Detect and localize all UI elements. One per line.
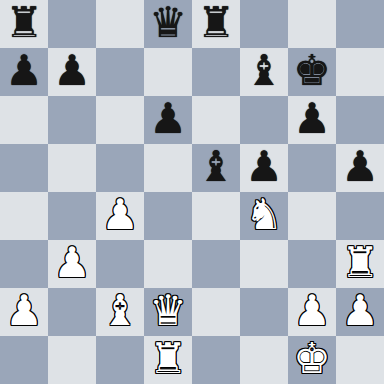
square-e1[interactable] [192, 336, 240, 384]
square-c1[interactable] [96, 336, 144, 384]
square-g7[interactable]: ♚ [288, 48, 336, 96]
square-d5[interactable] [144, 144, 192, 192]
piece-white-rook[interactable]: ♜ [341, 239, 379, 287]
square-b5[interactable] [48, 144, 96, 192]
piece-white-king[interactable]: ♚ [293, 335, 331, 383]
square-f3[interactable] [240, 240, 288, 288]
square-b6[interactable] [48, 96, 96, 144]
piece-white-pawn[interactable]: ♟ [293, 287, 331, 335]
square-e4[interactable] [192, 192, 240, 240]
square-a2[interactable]: ♟ [0, 288, 48, 336]
piece-white-bishop[interactable]: ♝ [101, 287, 139, 335]
square-d1[interactable]: ♜ [144, 336, 192, 384]
square-c7[interactable] [96, 48, 144, 96]
square-d2[interactable]: ♛ [144, 288, 192, 336]
piece-black-bishop[interactable]: ♝ [197, 143, 235, 191]
square-d8[interactable]: ♛ [144, 0, 192, 48]
square-d6[interactable]: ♟ [144, 96, 192, 144]
piece-white-pawn[interactable]: ♟ [5, 287, 43, 335]
piece-black-pawn[interactable]: ♟ [245, 143, 283, 191]
square-d4[interactable] [144, 192, 192, 240]
square-b3[interactable]: ♟ [48, 240, 96, 288]
square-a1[interactable] [0, 336, 48, 384]
square-g5[interactable] [288, 144, 336, 192]
square-a8[interactable]: ♜ [0, 0, 48, 48]
square-f4[interactable]: ♞ [240, 192, 288, 240]
piece-black-pawn[interactable]: ♟ [293, 95, 331, 143]
piece-white-pawn[interactable]: ♟ [101, 191, 139, 239]
square-e3[interactable] [192, 240, 240, 288]
piece-black-pawn[interactable]: ♟ [5, 47, 43, 95]
square-f6[interactable] [240, 96, 288, 144]
square-a6[interactable] [0, 96, 48, 144]
piece-white-queen[interactable]: ♛ [149, 287, 187, 335]
square-b7[interactable]: ♟ [48, 48, 96, 96]
piece-black-bishop[interactable]: ♝ [245, 47, 283, 95]
piece-white-rook[interactable]: ♜ [149, 335, 187, 383]
piece-white-pawn[interactable]: ♟ [341, 287, 379, 335]
piece-black-queen[interactable]: ♛ [149, 0, 187, 47]
square-h1[interactable] [336, 336, 384, 384]
square-f2[interactable] [240, 288, 288, 336]
chess-board: ♜♛♜♟♟♝♚♟♟♝♟♟♟♞♟♜♟♝♛♟♟♜♚ [0, 0, 384, 384]
square-a5[interactable] [0, 144, 48, 192]
piece-black-king[interactable]: ♚ [293, 47, 331, 95]
square-h4[interactable] [336, 192, 384, 240]
square-a4[interactable] [0, 192, 48, 240]
piece-white-pawn[interactable]: ♟ [53, 239, 91, 287]
square-h7[interactable] [336, 48, 384, 96]
square-f5[interactable]: ♟ [240, 144, 288, 192]
square-h3[interactable]: ♜ [336, 240, 384, 288]
square-h5[interactable]: ♟ [336, 144, 384, 192]
square-g4[interactable] [288, 192, 336, 240]
square-d7[interactable] [144, 48, 192, 96]
square-c6[interactable] [96, 96, 144, 144]
square-b2[interactable] [48, 288, 96, 336]
square-c2[interactable]: ♝ [96, 288, 144, 336]
square-e7[interactable] [192, 48, 240, 96]
square-d3[interactable] [144, 240, 192, 288]
square-c3[interactable] [96, 240, 144, 288]
square-b1[interactable] [48, 336, 96, 384]
square-g1[interactable]: ♚ [288, 336, 336, 384]
square-c5[interactable] [96, 144, 144, 192]
square-a7[interactable]: ♟ [0, 48, 48, 96]
square-g2[interactable]: ♟ [288, 288, 336, 336]
square-e2[interactable] [192, 288, 240, 336]
square-c8[interactable] [96, 0, 144, 48]
square-e5[interactable]: ♝ [192, 144, 240, 192]
square-g8[interactable] [288, 0, 336, 48]
piece-black-pawn[interactable]: ♟ [341, 143, 379, 191]
square-f7[interactable]: ♝ [240, 48, 288, 96]
square-h2[interactable]: ♟ [336, 288, 384, 336]
square-c4[interactable]: ♟ [96, 192, 144, 240]
square-h8[interactable] [336, 0, 384, 48]
piece-white-knight[interactable]: ♞ [245, 191, 283, 239]
square-a3[interactable] [0, 240, 48, 288]
square-b4[interactable] [48, 192, 96, 240]
square-h6[interactable] [336, 96, 384, 144]
square-f1[interactable] [240, 336, 288, 384]
piece-black-rook[interactable]: ♜ [5, 0, 43, 47]
piece-black-pawn[interactable]: ♟ [53, 47, 91, 95]
square-e8[interactable]: ♜ [192, 0, 240, 48]
square-b8[interactable] [48, 0, 96, 48]
square-g3[interactable] [288, 240, 336, 288]
piece-black-rook[interactable]: ♜ [197, 0, 235, 47]
piece-black-pawn[interactable]: ♟ [149, 95, 187, 143]
square-f8[interactable] [240, 0, 288, 48]
square-e6[interactable] [192, 96, 240, 144]
square-g6[interactable]: ♟ [288, 96, 336, 144]
